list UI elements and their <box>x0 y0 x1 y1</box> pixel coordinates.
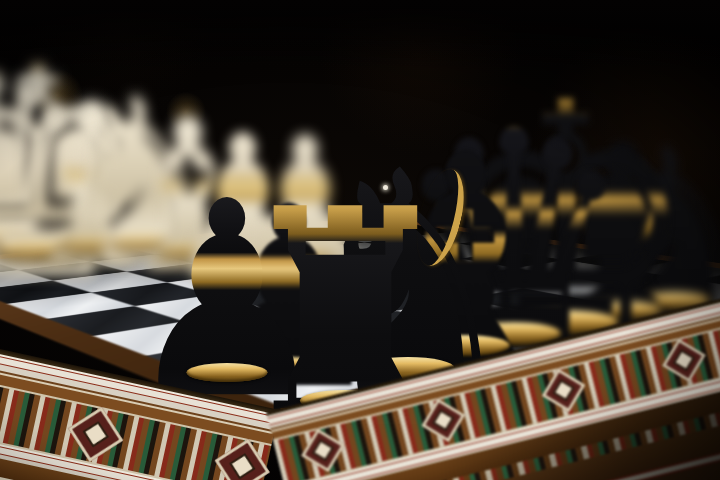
mosaic-diamond-medallion <box>662 338 706 382</box>
mosaic-diamond-medallion <box>421 398 465 442</box>
mosaic-diamond-medallion <box>68 407 123 462</box>
mosaic-diamond-medallion <box>301 428 345 472</box>
mosaic-diamond-medallion <box>542 368 586 412</box>
mosaic-diamond-medallion <box>215 439 270 480</box>
chessboard-photo-scene: ♛♚♝♞♝♟♟♟♟♜♞♝♛♚♝♞ <box>0 0 720 480</box>
